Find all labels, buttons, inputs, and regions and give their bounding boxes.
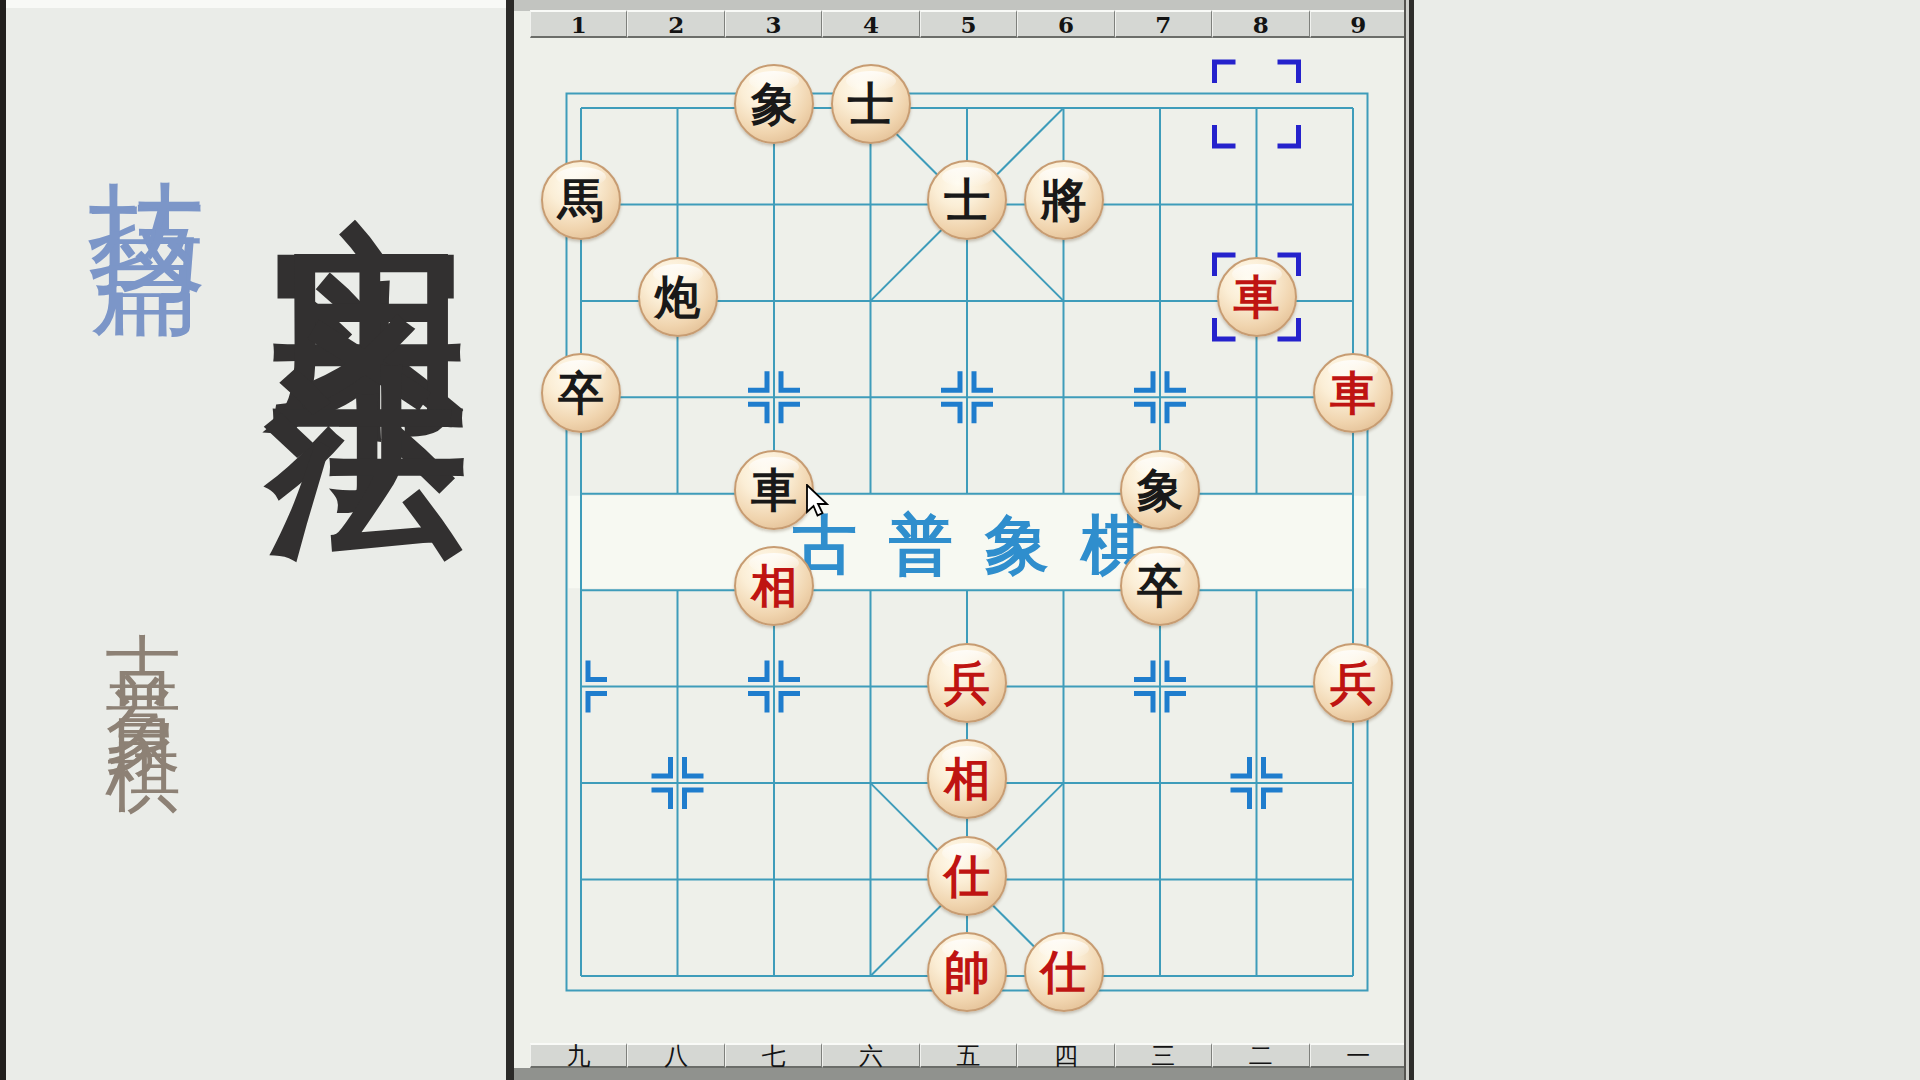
screenshot-root: 技巧篇 实用杀法 古普象棋 1 2 3 4 5 6 7 8 9 古普象棋 象士馬… <box>0 0 1920 1080</box>
piece-red-相[interactable]: 相 <box>734 546 814 626</box>
piece-red-兵[interactable]: 兵 <box>1313 643 1393 723</box>
piece-label: 炮 <box>655 274 701 320</box>
file-label-bottom-8: 八 <box>627 1043 724 1068</box>
file-label-bottom-4: 四 <box>1017 1043 1114 1068</box>
right-info-panel: 象棋基础内容 该篇章内容同 步于作者日常 所学基本杀法 2019 <box>1414 0 1920 1080</box>
piece-label: 相 <box>944 756 990 802</box>
piece-black-馬[interactable]: 馬 <box>541 160 621 240</box>
piece-label: 士 <box>944 177 990 223</box>
file-label-bottom-3: 三 <box>1115 1043 1212 1068</box>
piece-black-卒[interactable]: 卒 <box>1120 546 1200 626</box>
piece-label: 象 <box>1137 467 1183 513</box>
piece-black-士[interactable]: 士 <box>831 64 911 144</box>
piece-black-士[interactable]: 士 <box>927 160 1007 240</box>
file-label-bottom-1: 一 <box>1310 1043 1407 1068</box>
piece-label: 相 <box>751 563 797 609</box>
piece-label: 車 <box>1330 370 1376 416</box>
piece-black-象[interactable]: 象 <box>1120 450 1200 530</box>
piece-red-帥[interactable]: 帥 <box>927 932 1007 1012</box>
piece-label: 象 <box>751 81 797 127</box>
piece-black-車[interactable]: 車 <box>734 450 814 530</box>
piece-label: 馬 <box>558 177 604 223</box>
piece-label: 士 <box>848 81 894 127</box>
piece-label: 車 <box>751 467 797 513</box>
piece-label: 卒 <box>558 370 604 416</box>
piece-label: 仕 <box>944 853 990 899</box>
piece-label: 仕 <box>1041 949 1087 995</box>
file-labels-bottom: 九 八 七 六 五 四 三 二 一 <box>530 1043 1407 1068</box>
piece-red-相[interactable]: 相 <box>927 739 1007 819</box>
piece-red-仕[interactable]: 仕 <box>1024 932 1104 1012</box>
piece-label: 兵 <box>944 660 990 706</box>
piece-label: 將 <box>1041 177 1087 223</box>
piece-black-卒[interactable]: 卒 <box>541 353 621 433</box>
piece-label: 帥 <box>944 949 990 995</box>
piece-label: 車 <box>1234 274 1280 320</box>
piece-red-仕[interactable]: 仕 <box>927 836 1007 916</box>
piece-red-車[interactable]: 車 <box>1313 353 1393 433</box>
right-divider <box>1404 0 1414 1080</box>
file-label-bottom-7: 七 <box>725 1043 822 1068</box>
file-label-bottom-6: 六 <box>822 1043 919 1068</box>
piece-black-將[interactable]: 將 <box>1024 160 1104 240</box>
mouse-cursor <box>806 484 832 520</box>
piece-label: 兵 <box>1330 660 1376 706</box>
piece-label: 卒 <box>1137 563 1183 609</box>
file-label-bottom-5: 五 <box>920 1043 1017 1068</box>
piece-black-象[interactable]: 象 <box>734 64 814 144</box>
bottom-strip-shadow-bar <box>514 1068 1404 1080</box>
piece-red-車[interactable]: 車 <box>1217 257 1297 337</box>
board-watermark: 古普象棋 <box>793 502 1177 589</box>
file-label-bottom-2: 二 <box>1212 1043 1309 1068</box>
piece-red-兵[interactable]: 兵 <box>927 643 1007 723</box>
file-label-bottom-9: 九 <box>530 1043 627 1068</box>
piece-black-炮[interactable]: 炮 <box>638 257 718 337</box>
